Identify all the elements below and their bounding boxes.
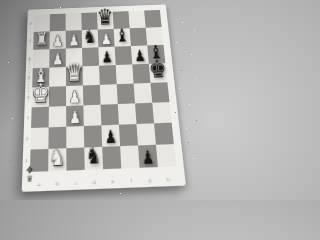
piece-black-N-d1[interactable]: ♞ xyxy=(86,145,102,169)
square-b3[interactable] xyxy=(49,106,67,127)
square-g8[interactable] xyxy=(128,11,145,29)
square-e6[interactable]: ♟ xyxy=(98,47,115,66)
piece-black-N-d7[interactable]: ♞ xyxy=(83,28,97,47)
file-label: b xyxy=(48,180,67,188)
file-label: g xyxy=(140,177,159,185)
square-a4[interactable]: ♚ xyxy=(32,87,49,108)
photo-scene: ♛♜♟♟♞♟♝♟♟♟♝♝♛♚♚♟♟♟♞♞♟ 87654321 abcdefgh … xyxy=(0,0,200,200)
board-grid: ♛♜♟♟♞♟♝♟♟♟♝♝♛♚♚♟♟♟♞♞♟ xyxy=(30,10,176,172)
square-c3[interactable]: ♟ xyxy=(66,105,84,126)
rank-label: 2 xyxy=(24,128,30,150)
square-c1[interactable] xyxy=(66,148,84,171)
piece-white-P-c4[interactable]: ♟ xyxy=(69,88,81,105)
file-label: h xyxy=(159,176,178,184)
square-b7[interactable]: ♟ xyxy=(50,31,66,49)
board-logo: ❖ ♛ xyxy=(21,161,38,189)
square-d3[interactable] xyxy=(83,105,101,126)
piece-black-P-e2[interactable]: ♟ xyxy=(104,127,117,145)
square-b8[interactable] xyxy=(50,14,66,32)
piece-black-B-f7[interactable]: ♝ xyxy=(115,27,130,46)
square-a5[interactable]: ♝ xyxy=(32,68,49,88)
square-e2[interactable]: ♟ xyxy=(101,125,120,147)
piece-black-P-g1[interactable]: ♟ xyxy=(141,147,155,166)
piece-black-P-e6[interactable]: ♟ xyxy=(101,49,113,65)
square-f3[interactable] xyxy=(118,103,137,124)
square-c2[interactable] xyxy=(66,126,84,148)
square-d7[interactable]: ♞ xyxy=(82,30,99,48)
file-label: d xyxy=(85,179,104,187)
square-b4[interactable] xyxy=(49,86,66,107)
square-a7[interactable]: ♜ xyxy=(33,31,49,49)
piece-white-P-c7[interactable]: ♟ xyxy=(68,32,79,47)
square-c8[interactable] xyxy=(66,13,82,31)
piece-white-B-a5[interactable]: ♝ xyxy=(34,66,48,86)
file-label: e xyxy=(103,178,122,186)
square-h4[interactable] xyxy=(151,82,170,102)
square-f4[interactable] xyxy=(117,84,135,105)
square-e3[interactable] xyxy=(101,104,119,125)
square-g6[interactable]: ♟ xyxy=(131,45,149,64)
piece-white-N-b1[interactable]: ♞ xyxy=(50,147,65,171)
file-labels: abcdefgh xyxy=(29,176,178,189)
piece-white-P-b6[interactable]: ♟ xyxy=(52,51,63,67)
square-c4[interactable]: ♟ xyxy=(66,85,83,106)
chessboard-mat: ♛♜♟♟♞♟♝♟♟♟♝♝♛♚♚♟♟♟♞♞♟ 87654321 abcdefgh … xyxy=(22,4,186,191)
file-label: f xyxy=(122,177,141,185)
square-b6[interactable]: ♟ xyxy=(49,49,66,68)
square-d1[interactable]: ♞ xyxy=(84,147,103,170)
square-e5[interactable] xyxy=(99,65,117,85)
square-c6[interactable] xyxy=(66,48,83,67)
rank-label: 3 xyxy=(25,107,31,128)
square-g5[interactable] xyxy=(132,64,150,84)
square-g7[interactable] xyxy=(130,28,148,46)
crown-icon: ♛ xyxy=(26,175,33,184)
square-h6[interactable]: ♝ xyxy=(147,45,165,64)
piece-black-B-h6[interactable]: ♝ xyxy=(148,43,164,62)
square-h1[interactable] xyxy=(156,144,176,167)
square-h8[interactable] xyxy=(144,10,161,28)
file-label: c xyxy=(67,180,86,188)
square-d5[interactable] xyxy=(82,66,99,86)
square-d2[interactable] xyxy=(84,125,102,147)
piece-black-Q-e8[interactable]: ♛ xyxy=(96,6,114,28)
square-b2[interactable] xyxy=(48,127,66,149)
square-f7[interactable]: ♝ xyxy=(114,28,131,46)
square-g2[interactable] xyxy=(136,123,155,145)
piece-black-P-g6[interactable]: ♟ xyxy=(134,48,147,64)
square-a3[interactable] xyxy=(31,107,49,128)
square-f2[interactable] xyxy=(119,124,138,146)
square-a2[interactable] xyxy=(30,127,48,149)
square-h5[interactable]: ♚ xyxy=(149,63,168,83)
square-g1[interactable]: ♟ xyxy=(138,145,158,168)
square-c5[interactable]: ♛ xyxy=(66,66,83,86)
square-a8[interactable] xyxy=(34,14,50,32)
piece-white-P-b7[interactable]: ♟ xyxy=(52,33,63,48)
piece-white-R-a7[interactable]: ♜ xyxy=(35,31,48,49)
square-g3[interactable] xyxy=(135,103,154,124)
square-g4[interactable] xyxy=(134,83,153,103)
square-b5[interactable] xyxy=(49,67,66,87)
square-e8[interactable]: ♛ xyxy=(97,12,114,30)
piece-white-P-e7[interactable]: ♟ xyxy=(100,31,112,46)
square-d4[interactable] xyxy=(83,85,101,106)
rank-label: 8 xyxy=(28,15,33,32)
piece-white-P-c3[interactable]: ♟ xyxy=(69,108,81,126)
square-e7[interactable]: ♟ xyxy=(98,29,115,47)
square-c7[interactable]: ♟ xyxy=(66,30,82,48)
square-b1[interactable]: ♞ xyxy=(48,148,66,171)
square-f1[interactable] xyxy=(120,145,140,168)
square-f6[interactable] xyxy=(115,46,133,65)
square-d8[interactable] xyxy=(81,12,97,30)
square-h7[interactable] xyxy=(146,27,164,45)
square-f8[interactable] xyxy=(113,11,130,29)
square-d6[interactable] xyxy=(82,47,99,66)
rank-label: 7 xyxy=(27,32,32,50)
square-e1[interactable] xyxy=(102,146,121,169)
square-h3[interactable] xyxy=(152,102,171,123)
square-f5[interactable] xyxy=(116,64,134,84)
square-a6[interactable] xyxy=(33,49,50,68)
square-h2[interactable] xyxy=(154,123,174,145)
square-e4[interactable] xyxy=(100,84,118,105)
